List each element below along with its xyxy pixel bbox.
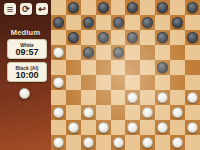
white-checker-piece[interactable]: [53, 77, 64, 88]
white-checker-piece[interactable]: [68, 122, 79, 133]
board-square-light: [66, 105, 81, 120]
board-square-light: [111, 90, 126, 105]
board-square-light: [140, 60, 155, 75]
board-square-light: [155, 105, 170, 120]
board-square-light: [125, 135, 140, 150]
board-square-light: [81, 0, 96, 15]
board-square-dark[interactable]: [96, 30, 111, 45]
board-square-dark[interactable]: [81, 135, 96, 150]
board-square-light: [111, 30, 126, 45]
board-square-light: [96, 135, 111, 150]
board-square-light: [125, 105, 140, 120]
black-checker-piece[interactable]: [157, 32, 168, 43]
board-square-light: [81, 120, 96, 135]
white-checker-piece[interactable]: [98, 122, 109, 133]
restart-button[interactable]: ⟳: [20, 3, 32, 15]
black-clock-time: 10:00: [15, 71, 38, 80]
board-square-dark[interactable]: [170, 135, 185, 150]
undo-button[interactable]: ↩: [36, 3, 48, 15]
white-checker-piece[interactable]: [142, 137, 153, 148]
board-square-dark[interactable]: [51, 45, 66, 60]
white-checker-piece[interactable]: [172, 107, 183, 118]
checkers-board: [51, 0, 200, 150]
refresh-icon: ⟳: [22, 5, 30, 14]
black-checker-piece[interactable]: [127, 32, 138, 43]
board-square-dark[interactable]: [155, 90, 170, 105]
black-checker-piece[interactable]: [172, 17, 183, 28]
board-square-dark[interactable]: [96, 90, 111, 105]
board-square-light: [51, 60, 66, 75]
board-square-dark[interactable]: [155, 120, 170, 135]
board-square-light: [155, 15, 170, 30]
board-square-light: [111, 120, 126, 135]
board-square-light: [140, 30, 155, 45]
board-square-light: [81, 30, 96, 45]
toolbar: ≡ ⟳ ↩: [4, 3, 48, 15]
black-checker-piece[interactable]: [157, 62, 168, 73]
board-square-dark[interactable]: [81, 15, 96, 30]
black-checker-piece[interactable]: [83, 17, 94, 28]
board-square-dark[interactable]: [185, 0, 200, 15]
board-square-light: [185, 45, 200, 60]
white-checker-piece[interactable]: [187, 122, 198, 133]
white-checker-piece[interactable]: [53, 107, 64, 118]
white-checker-piece[interactable]: [127, 92, 138, 103]
board-square-dark[interactable]: [155, 30, 170, 45]
board-square-dark[interactable]: [140, 15, 155, 30]
board-square-dark[interactable]: [111, 135, 126, 150]
board-square-dark[interactable]: [125, 90, 140, 105]
board-square-light: [96, 75, 111, 90]
board-square-dark[interactable]: [185, 120, 200, 135]
board-square-light: [51, 30, 66, 45]
board-square-dark[interactable]: [170, 105, 185, 120]
board-square-dark[interactable]: [170, 15, 185, 30]
white-checker-piece[interactable]: [83, 137, 94, 148]
white-checker-piece[interactable]: [113, 137, 124, 148]
board-square-dark[interactable]: [125, 60, 140, 75]
board-square-light: [155, 135, 170, 150]
board-square-light: [155, 75, 170, 90]
board-square-dark[interactable]: [111, 75, 126, 90]
board-square-light: [125, 75, 140, 90]
black-checker-piece[interactable]: [68, 2, 79, 13]
board-square-dark[interactable]: [51, 105, 66, 120]
board-square-light: [185, 105, 200, 120]
board-square-dark[interactable]: [155, 60, 170, 75]
board-square-light: [111, 60, 126, 75]
board-square-light: [125, 45, 140, 60]
black-checker-piece[interactable]: [113, 47, 124, 58]
white-checker-piece[interactable]: [142, 107, 153, 118]
board-square-dark[interactable]: [185, 60, 200, 75]
board-square-dark[interactable]: [51, 75, 66, 90]
board-square-light: [66, 45, 81, 60]
white-checker-piece[interactable]: [187, 92, 198, 103]
board-square-dark[interactable]: [111, 15, 126, 30]
board-square-dark[interactable]: [170, 75, 185, 90]
undo-arrow-icon: ↩: [38, 5, 46, 14]
board-square-light: [170, 0, 185, 15]
sidebar: ≡ ⟳ ↩ Medium White 09:57 Black (AI) 10:0…: [0, 0, 51, 150]
board-square-light: [51, 120, 66, 135]
board-square-dark[interactable]: [140, 75, 155, 90]
white-checker-piece[interactable]: [127, 122, 138, 133]
board-square-dark[interactable]: [185, 90, 200, 105]
board-square-light: [170, 120, 185, 135]
board-square-light: [140, 120, 155, 135]
board-square-dark[interactable]: [81, 105, 96, 120]
board-square-dark[interactable]: [66, 60, 81, 75]
black-checker-piece[interactable]: [113, 17, 124, 28]
white-turn-indicator: [19, 88, 30, 99]
board-square-dark[interactable]: [125, 0, 140, 15]
board-square-light: [140, 0, 155, 15]
black-checker-piece[interactable]: [98, 2, 109, 13]
board-square-light: [51, 0, 66, 15]
white-checker-piece[interactable]: [83, 107, 94, 118]
board-square-light: [96, 45, 111, 60]
board-square-dark[interactable]: [51, 15, 66, 30]
board-square-dark[interactable]: [66, 0, 81, 15]
board-square-dark[interactable]: [140, 105, 155, 120]
board-square-dark[interactable]: [111, 45, 126, 60]
white-checker-piece[interactable]: [53, 137, 64, 148]
board-square-dark[interactable]: [140, 135, 155, 150]
menu-button[interactable]: ≡: [4, 3, 16, 15]
board-square-light: [111, 0, 126, 15]
board-square-light: [170, 30, 185, 45]
board-square-dark[interactable]: [185, 30, 200, 45]
board-square-dark[interactable]: [155, 0, 170, 15]
board-square-light: [51, 90, 66, 105]
difficulty-label: Medium: [0, 28, 51, 37]
board-square-dark[interactable]: [140, 45, 155, 60]
black-checker-piece[interactable]: [187, 2, 198, 13]
board-square-dark[interactable]: [125, 30, 140, 45]
board-square-light: [66, 75, 81, 90]
board-square-dark[interactable]: [51, 135, 66, 150]
board-square-light: [81, 60, 96, 75]
board-square-dark[interactable]: [125, 120, 140, 135]
board-square-dark[interactable]: [170, 45, 185, 60]
white-clock-time: 09:57: [15, 48, 38, 57]
black-checker-piece[interactable]: [83, 47, 94, 58]
board-square-light: [185, 75, 200, 90]
board-square-dark[interactable]: [96, 60, 111, 75]
board-square-dark[interactable]: [66, 120, 81, 135]
white-clock: White 09:57: [7, 39, 47, 59]
board-square-dark[interactable]: [81, 45, 96, 60]
white-checker-piece[interactable]: [172, 137, 183, 148]
board-square-light: [155, 45, 170, 60]
board-square-light: [170, 60, 185, 75]
board-square-light: [66, 15, 81, 30]
board-square-dark[interactable]: [66, 90, 81, 105]
black-checker-piece[interactable]: [98, 32, 109, 43]
white-checker-piece[interactable]: [157, 122, 168, 133]
black-checker-piece[interactable]: [53, 17, 64, 28]
board-square-dark[interactable]: [96, 120, 111, 135]
board-square-light: [185, 15, 200, 30]
black-checker-piece[interactable]: [127, 2, 138, 13]
black-checker-piece[interactable]: [68, 32, 79, 43]
black-checker-piece[interactable]: [157, 2, 168, 13]
black-clock: Black (AI) 10:00: [7, 62, 47, 82]
board-square-light: [96, 105, 111, 120]
white-checker-piece[interactable]: [157, 92, 168, 103]
white-checker-piece[interactable]: [53, 47, 64, 58]
board-square-dark[interactable]: [96, 0, 111, 15]
board-square-light: [185, 135, 200, 150]
board-square-dark[interactable]: [66, 30, 81, 45]
board-square-light: [170, 90, 185, 105]
board-square-dark[interactable]: [111, 105, 126, 120]
board-square-dark[interactable]: [81, 75, 96, 90]
black-checker-piece[interactable]: [142, 17, 153, 28]
black-checker-piece[interactable]: [187, 32, 198, 43]
board-square-light: [66, 135, 81, 150]
board-square-light: [140, 90, 155, 105]
board-square-light: [96, 15, 111, 30]
board-square-light: [125, 15, 140, 30]
board-square-light: [81, 90, 96, 105]
hamburger-menu-icon: ≡: [7, 4, 13, 15]
